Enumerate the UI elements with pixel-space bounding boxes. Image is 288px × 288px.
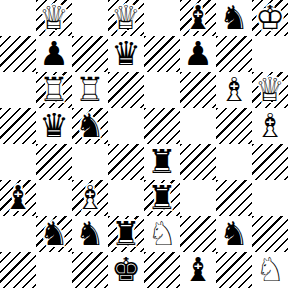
square-d7[interactable]: ♛♛	[108, 36, 144, 72]
piece-glyph: ♛	[108, 36, 144, 72]
piece-glyph: ♕	[108, 0, 144, 36]
square-e5[interactable]	[144, 108, 180, 144]
piece-glyph: ♝	[180, 252, 216, 288]
square-d6[interactable]	[108, 72, 144, 108]
piece-glyph: ♜	[144, 144, 180, 180]
square-d2[interactable]: ♜♜	[108, 216, 144, 252]
piece-glyph: ♛	[36, 108, 72, 144]
white-queen-piece: ♛♕	[108, 0, 144, 36]
square-c7[interactable]	[72, 36, 108, 72]
black-bishop-piece: ♝♝	[180, 252, 216, 288]
piece-glyph: ♗	[72, 180, 108, 216]
square-a8[interactable]	[0, 0, 36, 36]
black-knight-piece: ♞♞	[36, 216, 72, 252]
square-g3[interactable]	[216, 180, 252, 216]
chess-board: ♛♕♛♕♝♝♞♞♚♔♟♟♛♛♟♟♜♖♜♖♝♗♛♕♛♛♞♞♝♗♜♜♝♝♝♗♜♜♞♞…	[0, 0, 288, 288]
white-rook-piece: ♜♖	[36, 72, 72, 108]
square-a1[interactable]	[0, 252, 36, 288]
square-c2[interactable]: ♞♞	[72, 216, 108, 252]
square-h8[interactable]: ♚♔	[252, 0, 288, 36]
piece-glyph: ♞	[216, 0, 252, 36]
piece-glyph: ♗	[216, 72, 252, 108]
square-h7[interactable]	[252, 36, 288, 72]
square-h1[interactable]: ♞♘	[252, 252, 288, 288]
square-g8[interactable]: ♞♞	[216, 0, 252, 36]
square-a5[interactable]	[0, 108, 36, 144]
piece-glyph: ♝	[0, 180, 36, 216]
square-b1[interactable]	[36, 252, 72, 288]
white-bishop-piece: ♝♗	[252, 108, 288, 144]
piece-glyph: ♕	[252, 72, 288, 108]
square-h3[interactable]	[252, 180, 288, 216]
square-c1[interactable]	[72, 252, 108, 288]
square-g6[interactable]: ♝♗	[216, 72, 252, 108]
square-a6[interactable]	[0, 72, 36, 108]
piece-glyph: ♔	[252, 0, 288, 36]
square-e6[interactable]	[144, 72, 180, 108]
piece-glyph: ♞	[72, 108, 108, 144]
black-king-piece: ♚♚	[108, 252, 144, 288]
piece-glyph: ♚	[108, 252, 144, 288]
piece-glyph: ♞	[216, 216, 252, 252]
black-rook-piece: ♜♜	[108, 216, 144, 252]
black-knight-piece: ♞♞	[216, 216, 252, 252]
square-g4[interactable]	[216, 144, 252, 180]
square-g7[interactable]	[216, 36, 252, 72]
square-b3[interactable]	[36, 180, 72, 216]
piece-glyph: ♞	[72, 216, 108, 252]
black-bishop-piece: ♝♝	[180, 0, 216, 36]
square-f7[interactable]: ♟♟	[180, 36, 216, 72]
black-bishop-piece: ♝♝	[0, 180, 36, 216]
square-f3[interactable]	[180, 180, 216, 216]
black-pawn-piece: ♟♟	[36, 36, 72, 72]
square-e8[interactable]	[144, 0, 180, 36]
square-e2[interactable]: ♞♘	[144, 216, 180, 252]
square-e4[interactable]: ♜♜	[144, 144, 180, 180]
piece-glyph: ♕	[36, 0, 72, 36]
black-rook-piece: ♜♜	[144, 180, 180, 216]
black-knight-piece: ♞♞	[72, 216, 108, 252]
square-g2[interactable]: ♞♞	[216, 216, 252, 252]
square-e1[interactable]	[144, 252, 180, 288]
white-knight-piece: ♞♘	[144, 216, 180, 252]
square-h4[interactable]	[252, 144, 288, 180]
square-e3[interactable]: ♜♜	[144, 180, 180, 216]
white-rook-piece: ♜♖	[72, 72, 108, 108]
square-a4[interactable]	[0, 144, 36, 180]
square-f6[interactable]	[180, 72, 216, 108]
piece-glyph: ♜	[144, 180, 180, 216]
square-h6[interactable]: ♛♕	[252, 72, 288, 108]
white-bishop-piece: ♝♗	[216, 72, 252, 108]
square-h5[interactable]: ♝♗	[252, 108, 288, 144]
piece-glyph: ♗	[252, 108, 288, 144]
square-g5[interactable]	[216, 108, 252, 144]
square-a2[interactable]	[0, 216, 36, 252]
black-queen-piece: ♛♛	[108, 36, 144, 72]
piece-glyph: ♜	[108, 216, 144, 252]
black-knight-piece: ♞♞	[216, 0, 252, 36]
square-e7[interactable]	[144, 36, 180, 72]
piece-glyph: ♝	[180, 0, 216, 36]
square-f4[interactable]	[180, 144, 216, 180]
white-bishop-piece: ♝♗	[72, 180, 108, 216]
white-queen-piece: ♛♕	[36, 0, 72, 36]
square-d3[interactable]	[108, 180, 144, 216]
piece-glyph: ♖	[72, 72, 108, 108]
black-queen-piece: ♛♛	[36, 108, 72, 144]
square-c8[interactable]	[72, 0, 108, 36]
white-knight-piece: ♞♘	[252, 252, 288, 288]
square-c6[interactable]: ♜♖	[72, 72, 108, 108]
piece-glyph: ♟	[36, 36, 72, 72]
square-b2[interactable]: ♞♞	[36, 216, 72, 252]
square-h2[interactable]	[252, 216, 288, 252]
square-d8[interactable]: ♛♕	[108, 0, 144, 36]
square-d5[interactable]	[108, 108, 144, 144]
square-b7[interactable]: ♟♟	[36, 36, 72, 72]
white-king-piece: ♚♔	[252, 0, 288, 36]
square-d1[interactable]: ♚♚	[108, 252, 144, 288]
square-f5[interactable]	[180, 108, 216, 144]
white-queen-piece: ♛♕	[252, 72, 288, 108]
black-rook-piece: ♜♜	[144, 144, 180, 180]
piece-glyph: ♞	[36, 216, 72, 252]
square-f2[interactable]	[180, 216, 216, 252]
square-b4[interactable]	[36, 144, 72, 180]
square-f1[interactable]: ♝♝	[180, 252, 216, 288]
square-d4[interactable]	[108, 144, 144, 180]
black-pawn-piece: ♟♟	[180, 36, 216, 72]
piece-glyph: ♘	[252, 252, 288, 288]
square-f8[interactable]: ♝♝	[180, 0, 216, 36]
piece-glyph: ♟	[180, 36, 216, 72]
square-a7[interactable]	[0, 36, 36, 72]
square-c5[interactable]: ♞♞	[72, 108, 108, 144]
square-b6[interactable]: ♜♖	[36, 72, 72, 108]
square-g1[interactable]	[216, 252, 252, 288]
square-b5[interactable]: ♛♛	[36, 108, 72, 144]
piece-glyph: ♘	[144, 216, 180, 252]
square-a3[interactable]: ♝♝	[0, 180, 36, 216]
square-c4[interactable]	[72, 144, 108, 180]
square-c3[interactable]: ♝♗	[72, 180, 108, 216]
square-b8[interactable]: ♛♕	[36, 0, 72, 36]
black-knight-piece: ♞♞	[72, 108, 108, 144]
piece-glyph: ♖	[36, 72, 72, 108]
